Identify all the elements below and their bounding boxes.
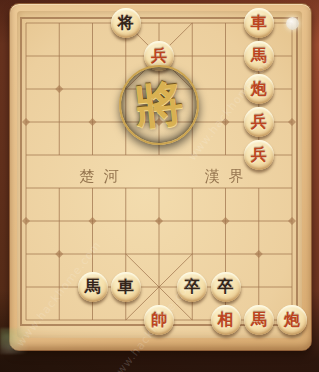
piece-red-soldier[interactable]: 兵 [244,140,274,170]
piece-red-elephant[interactable]: 相 [211,305,241,335]
piece-red-general[interactable]: 帥 [144,305,174,335]
piece-black-soldier[interactable]: 卒 [177,272,207,302]
piece-black-soldier[interactable]: 卒 [211,272,241,302]
piece-black-general[interactable]: 将 [111,8,141,38]
pieces-layer: 将車兵馬炮兵兵馬車卒卒帥相馬炮 [9,7,308,337]
xiangqi-app-screen: 楚河 漢界 将車兵馬炮兵兵馬車卒卒帥相馬炮 將 www.hackhome.com… [0,0,319,372]
piece-red-horse[interactable]: 馬 [244,41,274,71]
piece-black-horse[interactable]: 馬 [78,272,108,302]
last-move-origin-marker [286,17,299,30]
piece-red-chariot[interactable]: 車 [244,8,274,38]
check-character: 將 [132,71,186,140]
piece-black-chariot[interactable]: 車 [111,272,141,302]
piece-red-cannon[interactable]: 炮 [244,74,274,104]
bottom-left-artifact [0,328,34,354]
piece-red-cannon[interactable]: 炮 [277,305,307,335]
piece-red-horse[interactable]: 馬 [244,305,274,335]
piece-red-soldier[interactable]: 兵 [244,107,274,137]
